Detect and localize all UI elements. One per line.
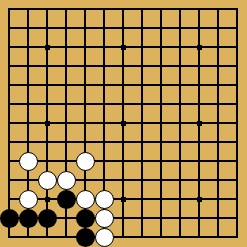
stone-black xyxy=(57,190,76,209)
hoshi-point xyxy=(121,197,126,202)
stone-white xyxy=(95,209,114,228)
hoshi-point xyxy=(197,45,202,50)
stone-black xyxy=(0,209,19,228)
grid-line-vertical xyxy=(179,10,181,236)
grid-line-horizontal xyxy=(10,160,236,162)
grid-line-horizontal xyxy=(10,141,236,143)
go-board-diagram xyxy=(0,0,247,247)
hoshi-point xyxy=(121,121,126,126)
stone-black xyxy=(38,209,57,228)
stone-black xyxy=(19,209,38,228)
stone-black xyxy=(76,228,95,247)
hoshi-point xyxy=(197,121,202,126)
hoshi-point xyxy=(45,45,50,50)
stone-white xyxy=(38,171,57,190)
go-board xyxy=(8,8,238,238)
stone-white xyxy=(95,228,114,247)
grid-line-vertical xyxy=(141,10,143,236)
hoshi-point xyxy=(121,45,126,50)
stone-white xyxy=(19,190,38,209)
stone-black xyxy=(76,209,95,228)
hoshi-point xyxy=(45,197,50,202)
stone-white xyxy=(95,190,114,209)
hoshi-point xyxy=(45,121,50,126)
stone-white xyxy=(57,171,76,190)
grid-line-vertical xyxy=(217,10,219,236)
stone-white xyxy=(19,152,38,171)
stone-white xyxy=(76,152,95,171)
stone-white xyxy=(76,190,95,209)
grid-line-vertical xyxy=(160,10,162,236)
hoshi-point xyxy=(197,197,202,202)
